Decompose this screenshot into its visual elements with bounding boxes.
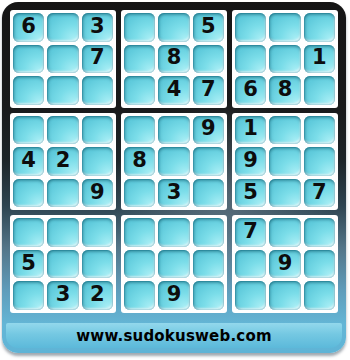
cell-r4c6[interactable]: 9 bbox=[193, 116, 224, 145]
cell-r6c8[interactable] bbox=[269, 179, 300, 208]
sudoku-grid: 63758471684299831957532979 bbox=[10, 10, 338, 313]
cell-r8c5[interactable] bbox=[158, 250, 189, 279]
cell-r2c7[interactable] bbox=[235, 45, 266, 74]
given-digit: 5 bbox=[201, 16, 216, 37]
cell-r7c1[interactable] bbox=[13, 218, 44, 247]
given-digit: 6 bbox=[21, 16, 36, 37]
cell-r3c9[interactable] bbox=[304, 76, 335, 105]
cell-r5c3[interactable] bbox=[82, 147, 113, 176]
given-digit: 8 bbox=[132, 150, 147, 171]
cell-r6c7[interactable]: 5 bbox=[235, 179, 266, 208]
cell-r4c1[interactable] bbox=[13, 116, 44, 145]
cell-r9c1[interactable] bbox=[13, 281, 44, 310]
given-digit: 9 bbox=[278, 253, 293, 274]
sudoku-box-7: 532 bbox=[10, 215, 116, 313]
given-digit: 1 bbox=[312, 47, 327, 68]
sudoku-box-5: 983 bbox=[121, 113, 227, 211]
sudoku-box-2: 5847 bbox=[121, 10, 227, 108]
cell-r2c2[interactable] bbox=[47, 45, 78, 74]
cell-r3c8[interactable]: 8 bbox=[269, 76, 300, 105]
cell-r4c7[interactable]: 1 bbox=[235, 116, 266, 145]
cell-r2c8[interactable] bbox=[269, 45, 300, 74]
given-digit: 5 bbox=[21, 253, 36, 274]
cell-r3c4[interactable] bbox=[124, 76, 155, 105]
cell-r7c6[interactable] bbox=[193, 218, 224, 247]
cell-r9c8[interactable] bbox=[269, 281, 300, 310]
cell-r5c9[interactable] bbox=[304, 147, 335, 176]
cell-r8c1[interactable]: 5 bbox=[13, 250, 44, 279]
cell-r1c7[interactable] bbox=[235, 13, 266, 42]
given-digit: 2 bbox=[90, 284, 105, 305]
given-digit: 9 bbox=[243, 150, 258, 171]
cell-r3c2[interactable] bbox=[47, 76, 78, 105]
cell-r3c3[interactable] bbox=[82, 76, 113, 105]
cell-r6c3[interactable]: 9 bbox=[82, 179, 113, 208]
sudoku-box-3: 168 bbox=[232, 10, 338, 108]
given-digit: 6 bbox=[243, 79, 258, 100]
cell-r9c6[interactable] bbox=[193, 281, 224, 310]
cell-r2c9[interactable]: 1 bbox=[304, 45, 335, 74]
cell-r2c4[interactable] bbox=[124, 45, 155, 74]
given-digit: 8 bbox=[167, 47, 182, 68]
cell-r7c9[interactable] bbox=[304, 218, 335, 247]
cell-r9c4[interactable] bbox=[124, 281, 155, 310]
cell-r1c2[interactable] bbox=[47, 13, 78, 42]
given-digit: 1 bbox=[243, 118, 258, 139]
cell-r5c7[interactable]: 9 bbox=[235, 147, 266, 176]
given-digit: 5 bbox=[243, 182, 258, 203]
cell-r6c1[interactable] bbox=[13, 179, 44, 208]
cell-r2c3[interactable]: 7 bbox=[82, 45, 113, 74]
given-digit: 4 bbox=[21, 150, 36, 171]
cell-r7c4[interactable] bbox=[124, 218, 155, 247]
sudoku-box-6: 1957 bbox=[232, 113, 338, 211]
cell-r5c1[interactable]: 4 bbox=[13, 147, 44, 176]
given-digit: 8 bbox=[278, 79, 293, 100]
given-digit: 7 bbox=[243, 221, 258, 242]
sudoku-board: 63758471684299831957532979 www.sudokuswe… bbox=[2, 2, 346, 353]
cell-r5c5[interactable] bbox=[158, 147, 189, 176]
cell-r8c8[interactable]: 9 bbox=[269, 250, 300, 279]
cell-r3c6[interactable]: 7 bbox=[193, 76, 224, 105]
cell-r2c1[interactable] bbox=[13, 45, 44, 74]
cell-r4c2[interactable] bbox=[47, 116, 78, 145]
cell-r8c6[interactable] bbox=[193, 250, 224, 279]
cell-r6c9[interactable]: 7 bbox=[304, 179, 335, 208]
cell-r8c7[interactable] bbox=[235, 250, 266, 279]
cell-r2c6[interactable] bbox=[193, 45, 224, 74]
cell-r4c4[interactable] bbox=[124, 116, 155, 145]
cell-r6c6[interactable] bbox=[193, 179, 224, 208]
cell-r9c2[interactable]: 3 bbox=[47, 281, 78, 310]
sudoku-box-9: 79 bbox=[232, 215, 338, 313]
cell-r6c5[interactable]: 3 bbox=[158, 179, 189, 208]
cell-r4c5[interactable] bbox=[158, 116, 189, 145]
given-digit: 7 bbox=[312, 182, 327, 203]
given-digit: 2 bbox=[56, 150, 71, 171]
cell-r1c5[interactable] bbox=[158, 13, 189, 42]
cell-r4c3[interactable] bbox=[82, 116, 113, 145]
cell-r9c7[interactable] bbox=[235, 281, 266, 310]
cell-r5c2[interactable]: 2 bbox=[47, 147, 78, 176]
footer-bar: www.sudokusweb.com bbox=[6, 323, 342, 348]
cell-r9c9[interactable] bbox=[304, 281, 335, 310]
cell-r4c8[interactable] bbox=[269, 116, 300, 145]
cell-r8c3[interactable] bbox=[82, 250, 113, 279]
cell-r7c8[interactable] bbox=[269, 218, 300, 247]
given-digit: 7 bbox=[201, 79, 216, 100]
cell-r1c9[interactable] bbox=[304, 13, 335, 42]
sudoku-box-4: 429 bbox=[10, 113, 116, 211]
cell-r5c4[interactable]: 8 bbox=[124, 147, 155, 176]
cell-r7c7[interactable]: 7 bbox=[235, 218, 266, 247]
cell-r1c3[interactable]: 3 bbox=[82, 13, 113, 42]
cell-r8c4[interactable] bbox=[124, 250, 155, 279]
cell-r8c9[interactable] bbox=[304, 250, 335, 279]
cell-r3c5[interactable]: 4 bbox=[158, 76, 189, 105]
given-digit: 9 bbox=[167, 284, 182, 305]
cell-r4c9[interactable] bbox=[304, 116, 335, 145]
cell-r9c5[interactable]: 9 bbox=[158, 281, 189, 310]
cell-r5c8[interactable] bbox=[269, 147, 300, 176]
given-digit: 7 bbox=[90, 47, 105, 68]
cell-r7c3[interactable] bbox=[82, 218, 113, 247]
cell-r7c5[interactable] bbox=[158, 218, 189, 247]
given-digit: 3 bbox=[90, 16, 105, 37]
cell-r1c4[interactable] bbox=[124, 13, 155, 42]
cell-r6c2[interactable] bbox=[47, 179, 78, 208]
given-digit: 9 bbox=[201, 118, 216, 139]
sudoku-box-8: 9 bbox=[121, 215, 227, 313]
given-digit: 4 bbox=[167, 79, 182, 100]
cell-r3c7[interactable]: 6 bbox=[235, 76, 266, 105]
cell-r7c2[interactable] bbox=[47, 218, 78, 247]
sudoku-box-1: 637 bbox=[10, 10, 116, 108]
cell-r1c6[interactable]: 5 bbox=[193, 13, 224, 42]
cell-r6c4[interactable] bbox=[124, 179, 155, 208]
footer-link[interactable]: www.sudokusweb.com bbox=[76, 327, 271, 345]
cell-r5c6[interactable] bbox=[193, 147, 224, 176]
cell-r1c1[interactable]: 6 bbox=[13, 13, 44, 42]
cell-r2c5[interactable]: 8 bbox=[158, 45, 189, 74]
given-digit: 9 bbox=[90, 182, 105, 203]
cell-r8c2[interactable] bbox=[47, 250, 78, 279]
cell-r1c8[interactable] bbox=[269, 13, 300, 42]
given-digit: 3 bbox=[167, 182, 182, 203]
cell-r9c3[interactable]: 2 bbox=[82, 281, 113, 310]
given-digit: 3 bbox=[56, 284, 71, 305]
cell-r3c1[interactable] bbox=[13, 76, 44, 105]
